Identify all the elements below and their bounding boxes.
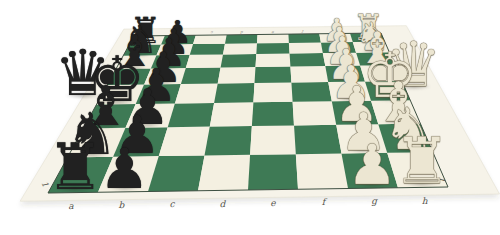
product-photo-stage: abcdefghabcdefgh11 ♜♟♟♜♞♟♟♞♝♟♟♝♟♟♛♛♚♟♟♚♝… bbox=[0, 0, 500, 235]
square-d2 bbox=[205, 126, 252, 156]
square-d8 bbox=[225, 35, 258, 44]
square-e1 bbox=[248, 154, 298, 190]
far-file-label-c: c bbox=[211, 30, 213, 35]
square-e2 bbox=[250, 125, 296, 154]
square-d3 bbox=[210, 102, 254, 126]
square-f7 bbox=[289, 43, 323, 54]
square-f6 bbox=[290, 53, 326, 67]
square-f8 bbox=[288, 34, 321, 43]
file-label-d: d bbox=[220, 199, 226, 209]
far-file-label-e: e bbox=[272, 29, 274, 34]
black-pawn-b1: ♟ bbox=[96, 141, 152, 197]
file-label-c: c bbox=[169, 199, 174, 209]
square-e6 bbox=[256, 54, 291, 68]
square-e7 bbox=[256, 43, 289, 54]
square-d6 bbox=[221, 54, 257, 68]
square-d7 bbox=[223, 43, 257, 54]
square-e3 bbox=[252, 102, 294, 126]
square-d4 bbox=[214, 83, 254, 103]
square-c6 bbox=[186, 54, 223, 68]
square-d5 bbox=[218, 67, 256, 83]
square-d1 bbox=[198, 155, 250, 191]
far-file-label-d: d bbox=[241, 30, 244, 35]
square-e5 bbox=[255, 67, 292, 83]
file-label-e: e bbox=[270, 198, 275, 208]
square-c7 bbox=[190, 44, 225, 55]
square-c8 bbox=[193, 35, 227, 44]
square-e8 bbox=[257, 34, 289, 43]
square-e4 bbox=[253, 82, 292, 102]
file-label-f: f bbox=[322, 197, 325, 207]
file-label-b: b bbox=[119, 200, 125, 210]
file-label-g: g bbox=[371, 196, 377, 206]
white-rook-h1: ♜ bbox=[390, 129, 454, 193]
